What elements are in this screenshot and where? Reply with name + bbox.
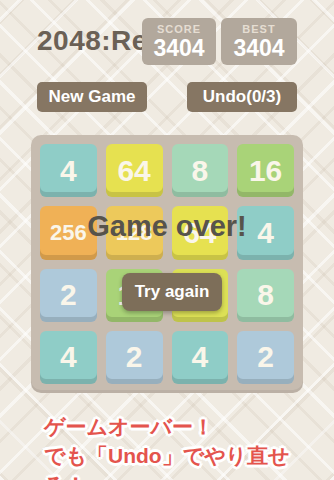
score-label: SCORE xyxy=(157,23,201,36)
try-again-button[interactable]: Try again xyxy=(122,273,222,311)
tile-r0c2: 8 xyxy=(172,144,229,197)
footer-hint: ゲームオーバー！ でも「Undo」でやり直せる！ xyxy=(44,412,324,480)
new-game-button[interactable]: New Game xyxy=(37,82,147,112)
tile-r2c3: 8 xyxy=(237,269,294,322)
best-box: BEST 3404 xyxy=(221,18,297,65)
best-label: BEST xyxy=(242,23,275,36)
undo-button[interactable]: Undo(0/3) xyxy=(187,82,297,112)
tile-r3c2: 4 xyxy=(172,331,229,384)
game-board[interactable]: 4 64 8 16 256 128 64 4 2 16 32 8 4 2 4 2 xyxy=(31,135,303,393)
best-value: 3404 xyxy=(233,36,284,61)
tile-r3c0: 4 xyxy=(40,331,97,384)
score-value: 3404 xyxy=(153,36,204,61)
game-over-message: Game over! xyxy=(31,210,303,243)
footer-hint-line2: でも「Undo」でやり直せる！ xyxy=(44,441,324,480)
tile-r0c1: 64 xyxy=(106,144,163,197)
tile-r0c0: 4 xyxy=(40,144,97,197)
app-title: 2048:Re xyxy=(37,25,148,57)
tile-r3c3: 2 xyxy=(237,331,294,384)
score-box: SCORE 3404 xyxy=(142,18,216,65)
tile-r3c1: 2 xyxy=(106,331,163,384)
footer-hint-line1: ゲームオーバー！ xyxy=(44,412,324,441)
tile-r2c0: 2 xyxy=(40,269,97,322)
tile-r0c3: 16 xyxy=(237,144,294,197)
